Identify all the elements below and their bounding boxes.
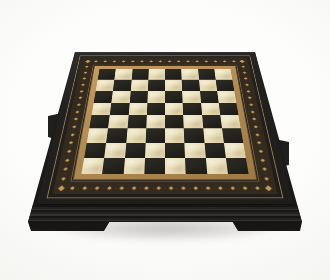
diamond-inlay-icon: ◆ bbox=[61, 176, 66, 181]
diamond-inlay-icon: ◆ bbox=[82, 185, 87, 190]
diamond-inlay-icon: ◆ bbox=[144, 185, 149, 190]
dot-inlay-icon: · bbox=[176, 186, 178, 190]
diamond-inlay-icon: ◆ bbox=[242, 185, 247, 190]
board-square bbox=[184, 128, 204, 142]
dot-inlay-icon: · bbox=[189, 186, 191, 190]
board-square bbox=[198, 69, 216, 80]
dot-inlay-icon: · bbox=[250, 186, 252, 190]
dot-inlay-icon: · bbox=[174, 60, 175, 62]
board-square bbox=[127, 115, 147, 128]
board-surface: ◆·◆·◆·◆·◆·◆·◆·◆·◆·◆·◆·◆·◆·◆·◆·◆ ◆·◆·◆·◆·… bbox=[37, 52, 293, 205]
board-square bbox=[165, 143, 185, 158]
board-square bbox=[165, 128, 185, 142]
board-square bbox=[110, 103, 129, 116]
diamond-inlay-icon: ◆ bbox=[95, 185, 100, 190]
board-square bbox=[199, 80, 217, 91]
diamond-inlay-icon: ◆ bbox=[195, 60, 199, 63]
dot-inlay-icon: · bbox=[102, 186, 104, 190]
board-square bbox=[181, 69, 198, 80]
diamond-inlay-icon: ◆ bbox=[255, 185, 260, 190]
board-square bbox=[183, 115, 203, 128]
board-square bbox=[185, 143, 206, 158]
diamond-inlay-icon: ◆ bbox=[140, 60, 143, 63]
product-photo: ◆·◆·◆·◆·◆·◆·◆·◆·◆·◆·◆·◆·◆·◆·◆·◆ ◆·◆·◆·◆·… bbox=[0, 0, 330, 280]
diamond-inlay-icon: ◆ bbox=[122, 60, 126, 63]
diamond-inlay-icon: ◆ bbox=[230, 185, 235, 190]
board-square bbox=[165, 115, 184, 128]
diamond-inlay-icon: ◆ bbox=[204, 60, 208, 63]
diamond-inlay-icon: ◆ bbox=[181, 185, 186, 190]
diamond-inlay-icon: ◆ bbox=[186, 60, 189, 63]
board-square bbox=[147, 103, 165, 116]
board-square bbox=[146, 115, 165, 128]
board-square bbox=[165, 91, 183, 103]
dot-inlay-icon: · bbox=[118, 60, 119, 62]
dot-inlay-icon: · bbox=[201, 60, 202, 62]
board-square bbox=[204, 143, 226, 158]
board-square bbox=[96, 80, 115, 91]
dot-inlay-icon: · bbox=[164, 186, 166, 190]
diamond-inlay-icon: ◆ bbox=[264, 184, 272, 191]
diamond-inlay-icon: ◆ bbox=[131, 60, 135, 63]
dot-inlay-icon: · bbox=[238, 186, 240, 190]
dot-inlay-icon: · bbox=[219, 60, 220, 62]
board-square bbox=[145, 143, 165, 158]
board-square bbox=[106, 128, 127, 142]
dot-inlay-icon: · bbox=[128, 60, 129, 62]
board-square bbox=[165, 158, 186, 174]
diamond-inlay-icon: ◆ bbox=[57, 184, 65, 191]
board-square bbox=[203, 128, 224, 142]
board-square bbox=[214, 69, 232, 80]
diamond-inlay-icon: ◆ bbox=[70, 185, 75, 190]
diamond-inlay-icon: ◆ bbox=[214, 60, 218, 63]
board-square bbox=[205, 158, 227, 174]
board-3d-scene: ◆·◆·◆·◆·◆·◆·◆·◆·◆·◆·◆·◆·◆·◆·◆·◆ ◆·◆·◆·◆·… bbox=[37, 0, 293, 205]
board-square bbox=[129, 91, 147, 103]
dot-inlay-icon: · bbox=[137, 60, 138, 62]
diamond-inlay-icon: ◆ bbox=[94, 60, 98, 63]
ornament-chain-bottom: ◆·◆·◆·◆·◆·◆·◆·◆·◆·◆·◆·◆·◆·◆·◆·◆ bbox=[68, 181, 262, 194]
diamond-inlay-icon: ◆ bbox=[157, 185, 162, 190]
board-square bbox=[114, 69, 132, 80]
ornament-corner: ◆ bbox=[259, 181, 277, 194]
board-square bbox=[216, 80, 235, 91]
diamond-inlay-icon: ◆ bbox=[85, 59, 91, 63]
board-square bbox=[87, 128, 108, 142]
dot-inlay-icon: · bbox=[146, 60, 147, 62]
board-square bbox=[200, 91, 219, 103]
dot-inlay-icon: · bbox=[183, 60, 184, 62]
board-square bbox=[81, 158, 104, 174]
diamond-inlay-icon: ◆ bbox=[113, 60, 117, 63]
board-square bbox=[148, 80, 165, 91]
board-square bbox=[108, 115, 128, 128]
board-square bbox=[145, 128, 165, 142]
ornament-corner: ◆ bbox=[236, 58, 249, 65]
board-square bbox=[112, 91, 131, 103]
ornament-corner: ◆ bbox=[52, 181, 70, 194]
board-square bbox=[165, 69, 182, 80]
dot-inlay-icon: · bbox=[100, 60, 102, 62]
diamond-inlay-icon: ◆ bbox=[103, 60, 107, 63]
diamond-inlay-icon: ◆ bbox=[193, 185, 198, 190]
dot-inlay-icon: · bbox=[78, 186, 80, 190]
diamond-inlay-icon: ◆ bbox=[206, 185, 211, 190]
dot-inlay-icon: · bbox=[115, 186, 117, 190]
dot-inlay-icon: · bbox=[90, 186, 92, 190]
board-square bbox=[148, 69, 165, 80]
board-square bbox=[84, 143, 106, 158]
dot-inlay-icon: · bbox=[127, 186, 129, 190]
dot-inlay-icon: · bbox=[139, 186, 141, 190]
board-square bbox=[165, 80, 182, 91]
diamond-inlay-icon: ◆ bbox=[264, 176, 269, 181]
board-square bbox=[125, 143, 146, 158]
board-square bbox=[89, 115, 110, 128]
dot-inlay-icon: · bbox=[155, 60, 156, 62]
board-square bbox=[220, 115, 241, 128]
board-square bbox=[144, 158, 165, 174]
diamond-inlay-icon: ◆ bbox=[239, 59, 245, 63]
dot-inlay-icon: · bbox=[152, 186, 154, 190]
dot-inlay-icon: · bbox=[192, 60, 193, 62]
board-square bbox=[222, 128, 243, 142]
dot-inlay-icon: · bbox=[213, 186, 215, 190]
chess-board bbox=[81, 69, 248, 174]
board-square bbox=[104, 143, 126, 158]
board-square bbox=[147, 91, 165, 103]
ornament-corner: ◆ bbox=[81, 58, 94, 65]
diamond-inlay-icon: ◆ bbox=[169, 185, 174, 190]
diamond-inlay-icon: ◆ bbox=[149, 60, 152, 63]
board-square bbox=[128, 103, 147, 116]
board-square bbox=[102, 158, 124, 174]
board-square bbox=[113, 80, 131, 91]
diamond-inlay-icon: ◆ bbox=[159, 60, 162, 63]
board-square bbox=[201, 103, 220, 116]
diamond-inlay-icon: ◆ bbox=[119, 185, 124, 190]
board-square bbox=[126, 128, 146, 142]
board-square bbox=[185, 158, 207, 174]
diamond-inlay-icon: ◆ bbox=[132, 185, 137, 190]
board-square bbox=[98, 69, 116, 80]
diamond-inlay-icon: ◆ bbox=[218, 185, 223, 190]
dot-inlay-icon: · bbox=[226, 186, 228, 190]
dot-inlay-icon: · bbox=[109, 60, 110, 62]
board-square bbox=[130, 80, 148, 91]
board-square bbox=[226, 158, 249, 174]
diamond-inlay-icon: ◆ bbox=[107, 185, 112, 190]
board-square bbox=[182, 80, 200, 91]
board-square bbox=[94, 91, 113, 103]
diamond-inlay-icon: ◆ bbox=[223, 60, 227, 63]
diamond-inlay-icon: ◆ bbox=[177, 60, 180, 63]
board-square bbox=[218, 103, 238, 116]
ornament-chain-top: ◆·◆·◆·◆·◆·◆·◆·◆·◆·◆·◆·◆·◆·◆·◆·◆ bbox=[93, 58, 237, 65]
dot-inlay-icon: · bbox=[210, 60, 211, 62]
dot-inlay-icon: · bbox=[228, 60, 230, 62]
board-square bbox=[202, 115, 222, 128]
board-square bbox=[165, 103, 183, 116]
dot-inlay-icon: · bbox=[201, 186, 203, 190]
dot-inlay-icon: · bbox=[164, 60, 165, 62]
board-square bbox=[123, 158, 145, 174]
board-square bbox=[217, 91, 236, 103]
board-square bbox=[224, 143, 246, 158]
board-square bbox=[183, 103, 202, 116]
diamond-inlay-icon: ◆ bbox=[168, 60, 171, 63]
board-square bbox=[92, 103, 112, 116]
board-square bbox=[182, 91, 200, 103]
board-square bbox=[131, 69, 148, 80]
